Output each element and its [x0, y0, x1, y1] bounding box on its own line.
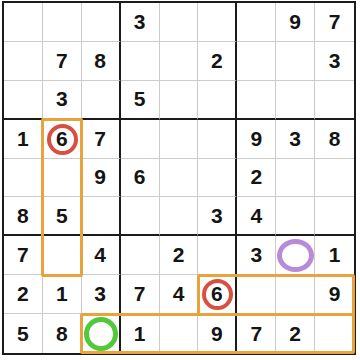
cell-r2c1[interactable]	[4, 42, 43, 81]
cell-r6c8[interactable]	[276, 197, 315, 236]
cell-r9c2[interactable]: 8	[43, 314, 82, 353]
cell-r6c2[interactable]: 5	[43, 197, 82, 236]
cell-r4c2[interactable]: 6	[43, 120, 82, 159]
cell-r5c3[interactable]: 9	[82, 159, 121, 198]
cell-r4c5[interactable]	[160, 120, 199, 159]
cell-r8c1[interactable]: 2	[4, 275, 43, 314]
cell-r6c1[interactable]: 8	[4, 197, 43, 236]
cell-r6c3[interactable]	[82, 197, 121, 236]
cell-r2c2[interactable]: 7	[43, 42, 82, 81]
cell-r6c5[interactable]	[160, 197, 199, 236]
cell-r8c4[interactable]: 7	[121, 275, 160, 314]
cell-r4c9[interactable]: 8	[315, 120, 354, 159]
cell-r9c9[interactable]	[315, 314, 354, 353]
cell-r1c8[interactable]: 9	[276, 3, 315, 42]
cell-r9c6[interactable]: 9	[198, 314, 237, 353]
cell-r7c5[interactable]: 2	[160, 236, 199, 275]
cell-r3c8[interactable]	[276, 81, 315, 120]
cell-r8c6[interactable]: 6	[198, 275, 237, 314]
cell-r3c5[interactable]	[160, 81, 199, 120]
cell-r7c3[interactable]: 4	[82, 236, 121, 275]
cell-r7c9[interactable]: 1	[315, 236, 354, 275]
cell-r4c8[interactable]: 3	[276, 120, 315, 159]
cell-r5c8[interactable]	[276, 159, 315, 198]
cell-r5c6[interactable]	[198, 159, 237, 198]
cell-r7c4[interactable]	[121, 236, 160, 275]
cell-r5c1[interactable]	[4, 159, 43, 198]
cell-r5c2[interactable]	[43, 159, 82, 198]
cell-r8c5[interactable]: 4	[160, 275, 199, 314]
cell-r8c3[interactable]: 3	[82, 275, 121, 314]
cell-r4c6[interactable]	[198, 120, 237, 159]
cell-r5c5[interactable]	[160, 159, 199, 198]
cell-r4c1[interactable]: 1	[4, 120, 43, 159]
cell-r4c3[interactable]: 7	[82, 120, 121, 159]
cell-r1c1[interactable]	[4, 3, 43, 42]
sudoku-board-frame: 3977823351679389628534742312137469581972	[2, 1, 356, 355]
cell-r3c3[interactable]	[82, 81, 121, 120]
cell-r1c9[interactable]: 7	[315, 3, 354, 42]
cell-r6c7[interactable]: 4	[237, 197, 276, 236]
cell-r2c7[interactable]	[237, 42, 276, 81]
cell-r7c8[interactable]	[276, 236, 315, 275]
cell-r9c5[interactable]	[160, 314, 199, 353]
cell-r4c7[interactable]: 9	[237, 120, 276, 159]
cell-r5c9[interactable]	[315, 159, 354, 198]
cell-r9c1[interactable]: 5	[4, 314, 43, 353]
cell-r2c3[interactable]: 8	[82, 42, 121, 81]
cell-r7c6[interactable]	[198, 236, 237, 275]
cell-r1c7[interactable]	[237, 3, 276, 42]
cell-r9c8[interactable]: 2	[276, 314, 315, 353]
cell-r9c7[interactable]: 7	[237, 314, 276, 353]
cell-r5c4[interactable]: 6	[121, 159, 160, 198]
cell-r2c6[interactable]: 2	[198, 42, 237, 81]
cell-r9c3[interactable]	[82, 314, 121, 353]
cell-r9c4[interactable]: 1	[121, 314, 160, 353]
cell-r2c9[interactable]: 3	[315, 42, 354, 81]
cell-r1c6[interactable]	[198, 3, 237, 42]
cell-r2c4[interactable]	[121, 42, 160, 81]
cell-r4c4[interactable]	[121, 120, 160, 159]
cell-r7c1[interactable]: 7	[4, 236, 43, 275]
sudoku-board: 3977823351679389628534742312137469581972	[4, 3, 354, 353]
cell-r8c8[interactable]	[276, 275, 315, 314]
cell-r1c5[interactable]	[160, 3, 199, 42]
cell-r8c2[interactable]: 1	[43, 275, 82, 314]
cell-r7c7[interactable]: 3	[237, 236, 276, 275]
cell-r3c2[interactable]: 3	[43, 81, 82, 120]
cell-r3c6[interactable]	[198, 81, 237, 120]
cell-r1c4[interactable]: 3	[121, 3, 160, 42]
cell-r6c6[interactable]: 3	[198, 197, 237, 236]
cell-r3c1[interactable]	[4, 81, 43, 120]
cell-r8c9[interactable]: 9	[315, 275, 354, 314]
cell-r1c2[interactable]	[43, 3, 82, 42]
cell-r5c7[interactable]: 2	[237, 159, 276, 198]
cell-r6c9[interactable]	[315, 197, 354, 236]
cell-r2c8[interactable]	[276, 42, 315, 81]
cell-r8c7[interactable]	[237, 275, 276, 314]
cell-r3c7[interactable]	[237, 81, 276, 120]
cell-r3c4[interactable]: 5	[121, 81, 160, 120]
cell-r1c3[interactable]	[82, 3, 121, 42]
cell-r2c5[interactable]	[160, 42, 199, 81]
cell-r7c2[interactable]	[43, 236, 82, 275]
cell-r6c4[interactable]	[121, 197, 160, 236]
cell-r3c9[interactable]	[315, 81, 354, 120]
